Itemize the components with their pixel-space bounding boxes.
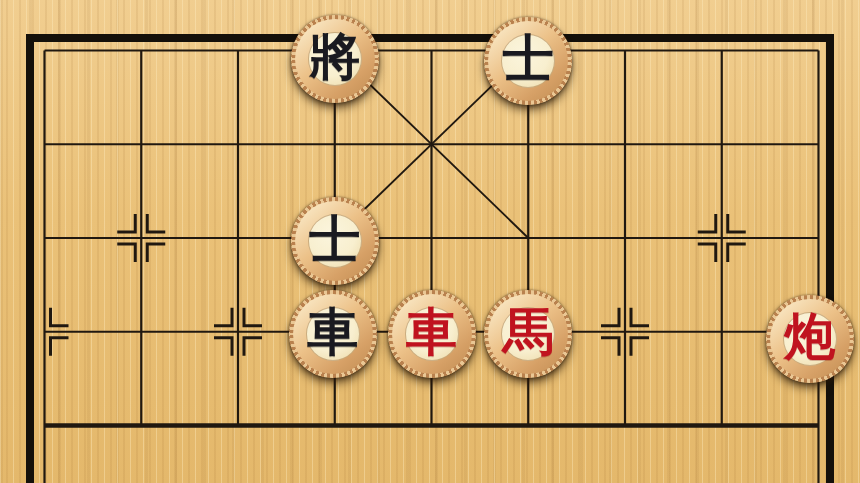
piece-character: 將 bbox=[309, 32, 360, 83]
red-horse-piece[interactable]: 馬 bbox=[484, 290, 572, 378]
piece-rim: 士 bbox=[488, 21, 568, 101]
black-advisor-piece[interactable]: 士 bbox=[291, 197, 379, 285]
piece-character: 馬 bbox=[503, 307, 554, 358]
piece-rim: 車 bbox=[293, 294, 373, 374]
black-general-piece[interactable]: 將 bbox=[291, 15, 379, 103]
piece-face: 將 bbox=[308, 32, 362, 86]
black-advisor-piece[interactable]: 士 bbox=[484, 17, 572, 105]
piece-face: 馬 bbox=[501, 307, 555, 361]
piece-rim: 車 bbox=[392, 294, 472, 374]
piece-rim: 炮 bbox=[770, 299, 850, 379]
piece-character: 車 bbox=[406, 307, 457, 358]
piece-character: 士 bbox=[503, 34, 554, 85]
piece-face: 士 bbox=[501, 34, 555, 88]
piece-face: 士 bbox=[308, 214, 362, 268]
red-cannon-piece[interactable]: 炮 bbox=[766, 295, 854, 383]
pieces-layer: 將士士車車馬炮 bbox=[0, 0, 860, 483]
piece-rim: 士 bbox=[295, 201, 375, 281]
xiangqi-board: 將士士車車馬炮 bbox=[0, 0, 860, 483]
piece-character: 車 bbox=[307, 307, 358, 358]
piece-face: 車 bbox=[306, 307, 360, 361]
black-chariot-piece[interactable]: 車 bbox=[289, 290, 377, 378]
piece-rim: 馬 bbox=[488, 294, 568, 374]
piece-character: 士 bbox=[309, 215, 360, 266]
red-chariot-piece[interactable]: 車 bbox=[388, 290, 476, 378]
piece-face: 車 bbox=[405, 307, 459, 361]
piece-face: 炮 bbox=[783, 312, 837, 366]
piece-rim: 將 bbox=[295, 19, 375, 99]
piece-character: 炮 bbox=[784, 312, 835, 363]
